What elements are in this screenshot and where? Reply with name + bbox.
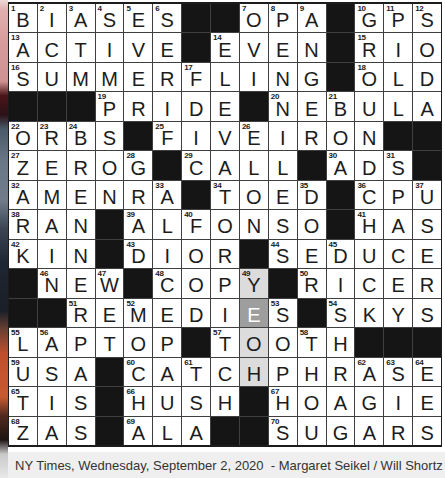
grid-cell[interactable]: U xyxy=(355,92,383,120)
grid-cell[interactable]: S xyxy=(67,417,95,445)
grid-cell[interactable]: P xyxy=(67,328,95,356)
grid-cell[interactable]: I xyxy=(96,33,124,61)
grid-cell[interactable]: K xyxy=(355,299,383,327)
cell-letter: I xyxy=(240,63,268,91)
grid-cell[interactable]: S xyxy=(38,358,66,386)
cell-letter: S xyxy=(153,4,181,32)
grid-cell[interactable]: 53S xyxy=(269,299,297,327)
cell-letter: S xyxy=(269,210,297,238)
cell-letter: S xyxy=(38,358,66,386)
grid-cell[interactable]: E xyxy=(124,63,152,91)
grid-cell[interactable]: 12S xyxy=(413,4,441,32)
cell-letter: K xyxy=(9,240,37,268)
grid-cell[interactable]: O xyxy=(298,210,326,238)
grid-cell[interactable]: O xyxy=(182,240,210,268)
cell-letter: M xyxy=(67,63,95,91)
grid-cell[interactable]: H xyxy=(211,387,239,415)
cell-letter: N xyxy=(38,269,66,297)
grid-cell[interactable]: S xyxy=(182,387,210,415)
grid-cell[interactable]: 36C xyxy=(355,181,383,209)
black-cell xyxy=(413,151,441,179)
cell-letter: G xyxy=(124,151,152,179)
grid-cell[interactable]: S xyxy=(96,122,124,150)
black-cell xyxy=(269,269,297,297)
cell-letter: Z xyxy=(9,151,37,179)
grid-cell[interactable]: S xyxy=(413,417,441,445)
grid-cell[interactable]: A xyxy=(67,358,95,386)
cell-letter: A xyxy=(38,328,66,356)
grid-cell[interactable]: 65T xyxy=(9,387,37,415)
grid-cell[interactable]: N xyxy=(67,240,95,268)
black-cell xyxy=(67,92,95,120)
grid-cell[interactable]: 70S xyxy=(269,417,297,445)
grid-cell[interactable]: R xyxy=(153,63,181,91)
grid-cell[interactable]: 9A xyxy=(298,4,326,32)
grid-cell[interactable]: U xyxy=(153,387,181,415)
grid-cell[interactable]: 7O xyxy=(240,4,268,32)
grid-cell[interactable]: R xyxy=(67,151,95,179)
cell-letter: D xyxy=(298,181,326,209)
grid-cell[interactable]: I xyxy=(240,63,268,91)
grid-cell[interactable]: 38R xyxy=(9,210,37,238)
grid-cell[interactable]: C xyxy=(355,269,383,297)
grid-cell[interactable]: N xyxy=(269,63,297,91)
grid-cell[interactable]: 39A xyxy=(124,210,152,238)
grid-cell[interactable]: O xyxy=(298,387,326,415)
grid-cell[interactable]: 41H xyxy=(355,210,383,238)
cell-letter: H xyxy=(240,358,268,386)
cell-letter: R xyxy=(211,240,239,268)
grid-cell[interactable]: P xyxy=(269,358,297,386)
grid-cell[interactable]: 60C xyxy=(124,358,152,386)
grid-cell[interactable]: M xyxy=(96,63,124,91)
grid-cell[interactable]: 42K xyxy=(9,240,37,268)
grid-cell[interactable]: N xyxy=(355,122,383,150)
grid-cell[interactable]: I xyxy=(269,122,297,150)
cell-letter: A xyxy=(124,210,152,238)
black-cell xyxy=(327,210,355,238)
grid-cell[interactable]: D xyxy=(182,92,210,120)
grid-cell[interactable]: G xyxy=(327,417,355,445)
grid-cell[interactable]: S xyxy=(269,210,297,238)
grid-cell[interactable]: 22O xyxy=(9,122,37,150)
grid-cell[interactable]: 2I xyxy=(38,4,66,32)
grid-cell[interactable]: N xyxy=(240,210,268,238)
grid-cell[interactable]: 37U xyxy=(413,181,441,209)
grid-cell[interactable]: A xyxy=(182,417,210,445)
grid-cell[interactable]: 16S xyxy=(9,63,37,91)
cell-letter: G xyxy=(298,63,326,91)
black-cell xyxy=(211,4,239,32)
grid-cell[interactable]: E xyxy=(38,151,66,179)
grid-cell[interactable]: R xyxy=(413,269,441,297)
grid-cell[interactable]: O xyxy=(269,328,297,356)
grid-cell[interactable]: 21B xyxy=(327,92,355,120)
cell-letter: V xyxy=(124,33,152,61)
grid-cell[interactable]: 61T xyxy=(182,358,210,386)
grid-cell[interactable]: L xyxy=(384,63,412,91)
grid-cell[interactable]: I xyxy=(153,240,181,268)
grid-cell[interactable]: N xyxy=(298,33,326,61)
cell-letter: P xyxy=(96,92,124,120)
grid-cell[interactable]: D xyxy=(413,63,441,91)
black-cell xyxy=(240,240,268,268)
grid-cell[interactable]: 50R xyxy=(298,269,326,297)
cell-letter: A xyxy=(327,387,355,415)
grid-cell[interactable]: 58T xyxy=(298,328,326,356)
cell-letter: A xyxy=(124,417,152,445)
grid-cell[interactable]: E xyxy=(384,269,412,297)
grid-cell[interactable]: 48C xyxy=(153,269,181,297)
cell-letter: U xyxy=(38,63,66,91)
grid-cell[interactable]: H xyxy=(240,358,268,386)
grid-cell[interactable]: S xyxy=(413,299,441,327)
cell-letter: I xyxy=(38,387,66,415)
grid-cell[interactable]: 45D xyxy=(327,240,355,268)
cell-letter: G xyxy=(327,417,355,445)
black-cell xyxy=(327,4,355,32)
grid-cell[interactable]: I xyxy=(384,33,412,61)
grid-cell[interactable]: 3A xyxy=(67,4,95,32)
grid-cell[interactable]: E xyxy=(96,299,124,327)
grid-cell[interactable]: E xyxy=(269,33,297,61)
grid-cell[interactable]: I xyxy=(38,240,66,268)
cell-letter: T xyxy=(9,387,37,415)
cell-letter: I xyxy=(96,33,124,61)
cell-letter: E xyxy=(269,181,297,209)
grid-cell[interactable]: G xyxy=(298,63,326,91)
cell-letter: D xyxy=(182,92,210,120)
cell-letter: O xyxy=(413,33,441,61)
puzzle-caption: NY Times, Wednesday, September 2, 2020 -… xyxy=(8,452,445,478)
grid-cell[interactable]: A xyxy=(384,210,412,238)
grid-cell[interactable]: 5E xyxy=(124,4,152,32)
grid-cell[interactable]: L xyxy=(211,63,239,91)
grid-cell[interactable]: 24B xyxy=(67,122,95,150)
grid-cell[interactable]: 67H xyxy=(269,387,297,415)
grid-cell[interactable]: E xyxy=(153,299,181,327)
cell-letter: E xyxy=(240,122,268,150)
grid-cell[interactable]: S xyxy=(67,387,95,415)
grid-cell[interactable]: 23R xyxy=(38,122,66,150)
grid-cell[interactable]: 63S xyxy=(384,358,412,386)
grid-cell[interactable]: 49Y xyxy=(240,269,268,297)
grid-cell[interactable]: R xyxy=(384,417,412,445)
grid-cell[interactable]: 1B xyxy=(9,4,37,32)
cell-letter: Z xyxy=(9,417,37,445)
black-cell xyxy=(38,92,66,120)
grid-cell[interactable]: H xyxy=(327,328,355,356)
grid-cell[interactable]: C xyxy=(384,240,412,268)
cell-letter: E xyxy=(67,269,95,297)
cell-letter: N xyxy=(96,181,124,209)
cell-letter: S xyxy=(384,151,412,179)
grid-cell[interactable]: O xyxy=(327,122,355,150)
cell-letter: B xyxy=(327,92,355,120)
grid-cell[interactable]: R xyxy=(211,240,239,268)
grid-cell[interactable]: G xyxy=(355,387,383,415)
grid-cell[interactable]: U xyxy=(355,240,383,268)
cell-letter: R xyxy=(298,122,326,150)
cell-letter: A xyxy=(38,417,66,445)
cell-letter: O xyxy=(240,181,268,209)
cell-letter: S xyxy=(413,210,441,238)
grid-cell[interactable]: D xyxy=(182,299,210,327)
grid-cell[interactable]: C xyxy=(211,358,239,386)
cell-letter: A xyxy=(9,181,37,209)
grid-cell[interactable]: 26E xyxy=(240,122,268,150)
black-cell xyxy=(413,328,441,356)
cell-letter: L xyxy=(384,63,412,91)
grid-cell[interactable]: M xyxy=(38,181,66,209)
black-cell xyxy=(240,417,268,445)
cell-letter: B xyxy=(9,4,37,32)
grid-cell[interactable]: E xyxy=(413,240,441,268)
grid-cell[interactable]: 43D xyxy=(124,240,152,268)
cell-letter: S xyxy=(182,387,210,415)
grid-cell[interactable]: L xyxy=(153,417,181,445)
grid-cell[interactable]: 11P xyxy=(384,4,412,32)
grid-cell[interactable]: N xyxy=(67,210,95,238)
grid-cell[interactable]: T xyxy=(96,328,124,356)
grid-cell[interactable]: V xyxy=(240,33,268,61)
grid-cell[interactable]: A xyxy=(327,387,355,415)
grid-cell[interactable]: L xyxy=(240,151,268,179)
cell-letter: H xyxy=(355,210,383,238)
black-cell xyxy=(182,181,210,209)
grid-cell[interactable]: 20N xyxy=(269,92,297,120)
grid-cell[interactable]: I xyxy=(153,92,181,120)
cell-letter: N xyxy=(355,122,383,150)
grid-cell[interactable]: 47W xyxy=(96,269,124,297)
grid-cell[interactable]: 32A xyxy=(9,181,37,209)
black-cell xyxy=(96,240,124,268)
grid-cell[interactable]: E xyxy=(298,92,326,120)
grid-cell[interactable]: 56A xyxy=(38,328,66,356)
grid-cell[interactable]: 10G xyxy=(355,4,383,32)
cell-letter: W xyxy=(96,269,124,297)
grid-cell[interactable]: M xyxy=(67,63,95,91)
grid-cell[interactable]: A xyxy=(38,210,66,238)
grid-cell[interactable]: 25F xyxy=(153,122,181,150)
grid-cell[interactable]: 46N xyxy=(38,269,66,297)
cell-letter: A xyxy=(67,358,95,386)
grid-cell[interactable]: O xyxy=(211,210,239,238)
cell-letter: L xyxy=(153,417,181,445)
grid-cell[interactable]: I xyxy=(211,299,239,327)
grid-cell[interactable]: E xyxy=(67,269,95,297)
grid-cell[interactable]: V xyxy=(211,122,239,150)
grid-cell[interactable]: 69A xyxy=(124,417,152,445)
cell-letter: N xyxy=(67,240,95,268)
cell-letter: E xyxy=(298,92,326,120)
grid-cell[interactable]: U xyxy=(38,63,66,91)
grid-cell[interactable]: 55L xyxy=(9,328,37,356)
grid-cell[interactable]: L xyxy=(153,210,181,238)
black-cell xyxy=(355,328,383,356)
grid-cell[interactable]: O xyxy=(240,181,268,209)
grid-cell[interactable]: 6S xyxy=(153,4,181,32)
grid-cell[interactable]: H xyxy=(298,358,326,386)
grid-cell[interactable]: 57T xyxy=(211,328,239,356)
grid-cell[interactable]: 17F xyxy=(182,63,210,91)
grid-cell[interactable]: S xyxy=(413,210,441,238)
cell-letter: A xyxy=(182,417,210,445)
grid-cell[interactable]: 28G xyxy=(124,151,152,179)
grid-cell[interactable]: 29C xyxy=(182,151,210,179)
cell-letter: E xyxy=(211,33,239,61)
grid-cell[interactable]: D xyxy=(355,151,383,179)
grid-cell[interactable]: P xyxy=(211,269,239,297)
black-cell xyxy=(413,122,441,150)
grid-cell[interactable]: O xyxy=(182,269,210,297)
cell-letter: E xyxy=(124,63,152,91)
cell-letter: S xyxy=(413,299,441,327)
cell-letter: V xyxy=(240,33,268,61)
grid-cell[interactable]: Y xyxy=(384,299,412,327)
black-cell xyxy=(327,181,355,209)
cell-letter: C xyxy=(124,358,152,386)
grid-cell[interactable]: N xyxy=(96,181,124,209)
grid-cell[interactable]: A xyxy=(413,92,441,120)
cell-letter: P xyxy=(269,4,297,32)
grid-cell[interactable]: L xyxy=(384,92,412,120)
grid-cell[interactable]: 13A xyxy=(9,33,37,61)
grid-cell[interactable]: 68Z xyxy=(9,417,37,445)
grid-cell[interactable]: 15R xyxy=(355,33,383,61)
cell-letter: A xyxy=(153,181,181,209)
cell-letter: R xyxy=(153,63,181,91)
cell-letter: E xyxy=(124,4,152,32)
grid-cell[interactable]: 54S xyxy=(327,299,355,327)
grid-cell[interactable]: 44S xyxy=(269,240,297,268)
grid-cell[interactable]: V xyxy=(124,33,152,61)
black-cell xyxy=(9,92,37,120)
cell-letter: A xyxy=(153,358,181,386)
cell-letter: T xyxy=(96,328,124,356)
grid-cell[interactable]: U xyxy=(298,417,326,445)
grid-cell[interactable]: 14E xyxy=(211,33,239,61)
grid-cell[interactable]: R xyxy=(124,181,152,209)
grid-cell[interactable]: A xyxy=(355,417,383,445)
grid-cell[interactable]: L xyxy=(269,151,297,179)
black-cell xyxy=(96,210,124,238)
grid-cell[interactable]: 27Z xyxy=(9,151,37,179)
cell-letter: H xyxy=(327,328,355,356)
grid-cell[interactable]: 34T xyxy=(211,181,239,209)
cell-letter: R xyxy=(327,358,355,386)
grid-cell[interactable]: E xyxy=(413,387,441,415)
grid-cell[interactable]: P xyxy=(153,328,181,356)
black-cell xyxy=(96,387,124,415)
grid-cell[interactable]: 30A xyxy=(327,151,355,179)
cell-letter: I xyxy=(211,299,239,327)
cell-letter: E xyxy=(153,299,181,327)
grid-cell[interactable]: 64E xyxy=(413,358,441,386)
grid-cell[interactable]: R xyxy=(124,92,152,120)
cell-letter: E xyxy=(67,181,95,209)
grid-cell[interactable]: A xyxy=(211,151,239,179)
cell-letter: D xyxy=(124,240,152,268)
cell-letter: E xyxy=(413,240,441,268)
grid-cell[interactable]: P xyxy=(384,181,412,209)
cell-letter: A xyxy=(355,417,383,445)
cell-letter: R xyxy=(384,417,412,445)
cell-letter: M xyxy=(124,299,152,327)
grid-cell[interactable]: 62A xyxy=(355,358,383,386)
grid-cell[interactable]: I xyxy=(327,269,355,297)
grid-cell[interactable]: C xyxy=(38,33,66,61)
grid-cell[interactable]: A xyxy=(38,417,66,445)
cell-letter: T xyxy=(298,328,326,356)
cell-letter: O xyxy=(124,328,152,356)
cell-letter: E xyxy=(96,299,124,327)
grid-cell[interactable]: 35D xyxy=(298,181,326,209)
grid-cell[interactable]: R xyxy=(327,358,355,386)
grid-cell[interactable]: E xyxy=(211,92,239,120)
cell-letter: S xyxy=(67,387,95,415)
grid-cell[interactable]: O xyxy=(96,151,124,179)
grid-cell[interactable]: A xyxy=(153,358,181,386)
grid-cell[interactable]: 31S xyxy=(384,151,412,179)
cell-letter: O xyxy=(298,387,326,415)
grid-cell[interactable]: R xyxy=(298,122,326,150)
grid-cell[interactable]: 59U xyxy=(9,358,37,386)
grid-cell[interactable]: E xyxy=(153,33,181,61)
grid-cell[interactable]: 18O xyxy=(355,63,383,91)
grid-cell[interactable]: E xyxy=(269,181,297,209)
cell-letter: N xyxy=(298,33,326,61)
cell-letter: T xyxy=(182,358,210,386)
black-cell xyxy=(182,33,210,61)
grid-cell[interactable]: E xyxy=(298,240,326,268)
cell-letter: R xyxy=(124,92,152,120)
cell-letter: A xyxy=(67,4,95,32)
cell-letter: A xyxy=(413,92,441,120)
grid-cell[interactable]: 66H xyxy=(124,387,152,415)
grid-cell[interactable]: 51R xyxy=(67,299,95,327)
cell-letter: E xyxy=(153,33,181,61)
grid-cell[interactable]: 40F xyxy=(182,210,210,238)
grid-cell[interactable]: I xyxy=(38,387,66,415)
cell-letter: R xyxy=(298,269,326,297)
cell-letter: E xyxy=(413,358,441,386)
cell-letter: K xyxy=(355,299,383,327)
cell-letter: I xyxy=(153,240,181,268)
grid-cell[interactable]: 8P xyxy=(269,4,297,32)
black-cell xyxy=(9,299,37,327)
grid-cell[interactable]: E xyxy=(240,299,268,327)
grid-cell[interactable]: 33A xyxy=(153,181,181,209)
cell-letter: N xyxy=(67,210,95,238)
cell-letter: U xyxy=(298,417,326,445)
grid-cell[interactable]: O xyxy=(240,328,268,356)
grid-cell[interactable]: I xyxy=(182,122,210,150)
cell-letter: R xyxy=(38,122,66,150)
grid-cell[interactable]: 4S xyxy=(96,4,124,32)
cell-letter: R xyxy=(355,33,383,61)
black-cell xyxy=(327,63,355,91)
grid-cell[interactable]: I xyxy=(384,387,412,415)
grid-cell[interactable]: 19P xyxy=(96,92,124,120)
grid-cell[interactable]: 52M xyxy=(124,299,152,327)
cell-letter: Y xyxy=(384,299,412,327)
cell-letter: T xyxy=(211,328,239,356)
grid-cell[interactable]: E xyxy=(67,181,95,209)
grid-cell[interactable]: O xyxy=(413,33,441,61)
grid-cell[interactable]: O xyxy=(124,328,152,356)
grid-cell[interactable]: T xyxy=(67,33,95,61)
